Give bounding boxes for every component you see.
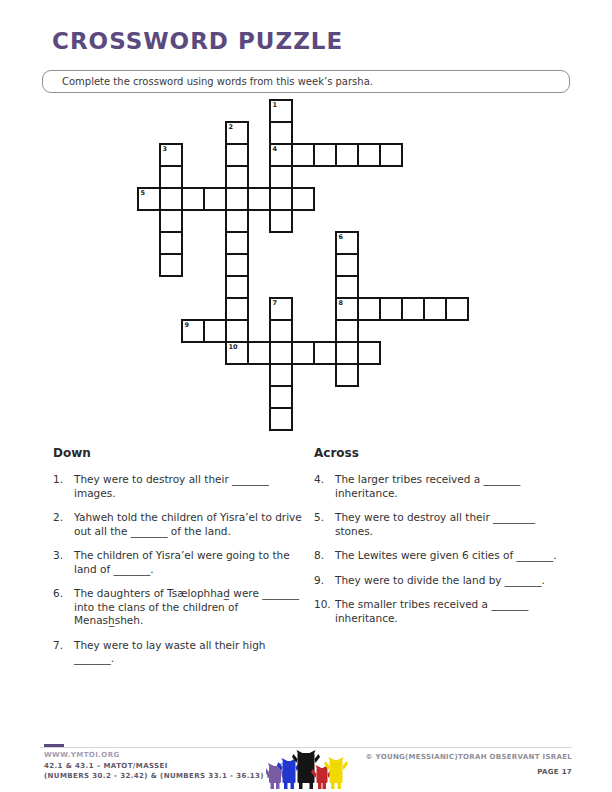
grid-cell-r4c7[interactable] (269, 165, 293, 189)
down-clue-7: 7.They were to lay waste all their high … (53, 639, 303, 666)
footer-scripture: (NUMBERS 30.2 - 32.42) & (NUMBERS 33.1 -… (44, 772, 287, 780)
grid-cell-r3c10[interactable] (335, 143, 359, 167)
footer-accent-dash (44, 744, 64, 747)
grid-cell-r6c5[interactable] (225, 209, 249, 233)
ymtoi-logo-icon (266, 747, 348, 791)
grid-cell-r7c5[interactable] (225, 231, 249, 255)
grid-clue-number: 3 (163, 145, 168, 153)
clue-text: The smaller tribes received a _______ in… (335, 598, 574, 625)
grid-cell-r10c12[interactable] (379, 297, 403, 321)
worksheet-page: CROSSWORD PUZZLE Complete the crossword … (0, 0, 612, 792)
grid-cell-r11c4[interactable] (203, 319, 227, 343)
across-clues-list: 4.The larger tribes received a _______ i… (314, 473, 574, 625)
clue-number: 2. (53, 511, 74, 538)
grid-clue-number: 7 (273, 299, 278, 307)
clue-text: They were to destroy all their ________ … (335, 511, 574, 538)
clue-number: 5. (314, 511, 335, 538)
down-clue-1: 1.They were to destroy all their _______… (53, 473, 303, 500)
grid-clue-number: 8 (339, 299, 344, 307)
grid-cell-r2c7[interactable] (269, 121, 293, 145)
across-clue-4: 4.The larger tribes received a _______ i… (314, 473, 574, 500)
grid-cell-r6c2[interactable] (159, 209, 183, 233)
clue-number: 3. (53, 549, 74, 576)
grid-cell-r5c3[interactable] (181, 187, 205, 211)
grid-cell-r5c6[interactable] (247, 187, 271, 211)
grid-cell-r3c11[interactable] (357, 143, 381, 167)
grid-cell-r12c7[interactable] (269, 341, 293, 365)
across-clue-9: 9.They were to divide the land by ______… (314, 574, 574, 588)
footer-copyright: © YOUNG(MESSIANIC)TORAH OBSERVANT ISRAEL (366, 753, 573, 761)
grid-clue-number: 2 (229, 123, 234, 131)
grid-clue-number: 5 (141, 189, 146, 197)
grid-cell-r15c7[interactable] (269, 407, 293, 431)
page-number: PAGE 17 (366, 768, 573, 776)
grid-cell-r12c9[interactable] (313, 341, 337, 365)
grid-clue-number: 9 (185, 321, 190, 329)
grid-cell-r6c7[interactable] (269, 209, 293, 233)
grid-cell-r8c5[interactable] (225, 253, 249, 277)
clue-text: The daughters of Tsælophhad̲ were ______… (74, 587, 303, 628)
clue-number: 8. (314, 549, 335, 563)
grid-cell-r10c14[interactable] (423, 297, 447, 321)
grid-cell-r12c11[interactable] (357, 341, 381, 365)
grid-cell-r3c5[interactable] (225, 143, 249, 167)
clue-text: They were to divide the land by _______. (335, 574, 574, 588)
down-clues-section: Down 1.They were to destroy all their __… (53, 446, 303, 677)
grid-cell-r10c15[interactable] (445, 297, 469, 321)
clue-text: They were to lay waste all their high __… (74, 639, 303, 666)
grid-cell-r5c5[interactable] (225, 187, 249, 211)
grid-cell-r11c10[interactable] (335, 319, 359, 343)
across-clue-8: 8.The Lewites were given 6 cities of ___… (314, 549, 574, 563)
grid-cell-r4c5[interactable] (225, 165, 249, 189)
grid-cell-r5c7[interactable] (269, 187, 293, 211)
clue-number: 4. (314, 473, 335, 500)
across-clue-5: 5.They were to destroy all their _______… (314, 511, 574, 538)
grid-cell-r13c10[interactable] (335, 363, 359, 387)
grid-cell-r2c5[interactable]: 2 (225, 121, 249, 145)
down-clue-2: 2.Yahweh told the children of Yisra’el t… (53, 511, 303, 538)
grid-cell-r10c10[interactable]: 8 (335, 297, 359, 321)
grid-cell-r3c9[interactable] (313, 143, 337, 167)
crossword-grid: 12345678910 (137, 99, 469, 431)
grid-cell-r5c2[interactable] (159, 187, 183, 211)
clue-text: Yahweh told the children of Yisra’el to … (74, 511, 303, 538)
grid-cell-r8c10[interactable] (335, 253, 359, 277)
grid-clue-number: 1 (273, 101, 278, 109)
grid-cell-r11c7[interactable] (269, 319, 293, 343)
grid-clue-number: 6 (339, 233, 344, 241)
instruction-box: Complete the crossword using words from … (42, 70, 570, 93)
grid-cell-r9c10[interactable] (335, 275, 359, 299)
grid-cell-r4c2[interactable] (159, 165, 183, 189)
clue-text: The children of Yisra’el were going to t… (74, 549, 303, 576)
grid-cell-r12c5[interactable]: 10 (225, 341, 249, 365)
grid-cell-r12c8[interactable] (291, 341, 315, 365)
down-header: Down (53, 446, 303, 460)
grid-cell-r11c3[interactable]: 9 (181, 319, 205, 343)
across-clues-section: Across 4.The larger tribes received a __… (314, 446, 574, 636)
grid-cell-r14c7[interactable] (269, 385, 293, 409)
grid-cell-r7c10[interactable]: 6 (335, 231, 359, 255)
clue-text: The larger tribes received a _______ inh… (335, 473, 574, 500)
grid-cell-r11c5[interactable] (225, 319, 249, 343)
grid-cell-r5c4[interactable] (203, 187, 227, 211)
grid-cell-r10c13[interactable] (401, 297, 425, 321)
across-clue-10: 10.The smaller tribes received a _______… (314, 598, 574, 625)
grid-cell-r3c2[interactable]: 3 (159, 143, 183, 167)
grid-cell-r5c8[interactable] (291, 187, 315, 211)
logo-figure-5 (324, 757, 348, 789)
clue-number: 1. (53, 473, 74, 500)
clue-number: 9. (314, 574, 335, 588)
grid-cell-r5c1[interactable]: 5 (137, 187, 161, 211)
grid-cell-r8c2[interactable] (159, 253, 183, 277)
footer-right: © YOUNG(MESSIANIC)TORAH OBSERVANT ISRAEL… (366, 753, 573, 776)
grid-cell-r3c12[interactable] (379, 143, 403, 167)
grid-cell-r1c7[interactable]: 1 (269, 99, 293, 123)
across-header: Across (314, 446, 574, 460)
grid-cell-r9c5[interactable] (225, 275, 249, 299)
grid-cell-r7c2[interactable] (159, 231, 183, 255)
grid-cell-r10c11[interactable] (357, 297, 381, 321)
clue-number: 6. (53, 587, 74, 628)
grid-cell-r13c7[interactable] (269, 363, 293, 387)
down-clues-list: 1.They were to destroy all their _______… (53, 473, 303, 666)
footer-left: WWW.YMTOI.ORG 42.1 & 43.1 – MATOT/MASSEI… (44, 751, 287, 780)
grid-clue-number: 4 (273, 145, 278, 153)
grid-cell-r3c8[interactable] (291, 143, 315, 167)
clue-text: They were to destroy all their _______ i… (74, 473, 303, 500)
down-clue-6: 6.The daughters of Tsælophhad̲ were ____… (53, 587, 303, 628)
grid-cell-r10c5[interactable] (225, 297, 249, 321)
down-clue-3: 3.The children of Yisra’el were going to… (53, 549, 303, 576)
grid-clue-number: 10 (229, 343, 238, 351)
grid-cell-r10c7[interactable]: 7 (269, 297, 293, 321)
grid-cell-r12c6[interactable] (247, 341, 271, 365)
footer-lesson: 42.1 & 43.1 – MATOT/MASSEI (44, 762, 287, 770)
clue-number: 7. (53, 639, 74, 666)
page-title: CROSSWORD PUZZLE (52, 28, 343, 54)
clue-text: The Lewites were given 6 cities of _____… (335, 549, 574, 563)
instruction-text: Complete the crossword using words from … (62, 76, 373, 87)
clue-number: 10. (314, 598, 335, 625)
grid-cell-r3c7[interactable]: 4 (269, 143, 293, 167)
grid-cell-r12c10[interactable] (335, 341, 359, 365)
footer-website: WWW.YMTOI.ORG (44, 751, 287, 759)
